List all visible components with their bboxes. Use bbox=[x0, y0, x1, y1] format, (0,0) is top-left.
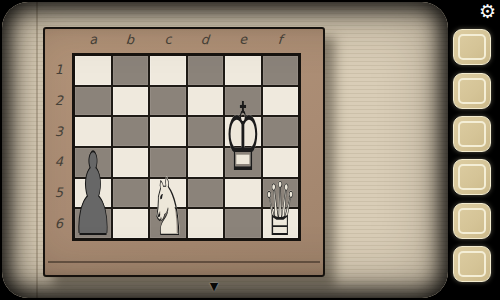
inventory-slot-1[interactable] bbox=[453, 29, 491, 65]
game-screen: abcdef 123456 ♟♞♘♚♔♛♕ ▼ ⚙ bbox=[0, 0, 500, 300]
rank-label-3: 3 bbox=[51, 125, 67, 138]
rank-label-6: 6 bbox=[51, 217, 67, 230]
settings-gear-icon[interactable]: ⚙ bbox=[479, 2, 496, 21]
white-queen-outline-glyph: ♕ bbox=[256, 172, 304, 246]
square-d1[interactable] bbox=[188, 56, 224, 85]
inventory-sidebar: ⚙ bbox=[448, 0, 500, 300]
room-view: abcdef 123456 ♟♞♘♚♔♛♕ ▼ bbox=[2, 2, 448, 298]
file-label-f: f bbox=[270, 32, 291, 46]
nav-down-arrow-icon[interactable]: ▼ bbox=[206, 281, 222, 292]
inventory-slot-4[interactable] bbox=[453, 159, 491, 195]
square-b1[interactable] bbox=[113, 56, 149, 85]
piece-white-queen-f6[interactable]: ♛♕ bbox=[256, 172, 304, 246]
inventory-slot-6[interactable] bbox=[453, 246, 491, 282]
square-f1[interactable] bbox=[263, 56, 299, 85]
square-f3[interactable] bbox=[263, 117, 299, 146]
square-c3[interactable] bbox=[150, 117, 186, 146]
file-label-d: d bbox=[195, 32, 216, 46]
wall-corner-seam bbox=[36, 2, 38, 298]
rank-label-4: 4 bbox=[51, 155, 67, 168]
square-f2[interactable] bbox=[263, 87, 299, 116]
rank-label-2: 2 bbox=[51, 94, 67, 107]
file-label-a: a bbox=[82, 32, 103, 47]
piece-white-knight-c6[interactable]: ♞♘ bbox=[141, 167, 194, 248]
piece-dark-man-statue-a6[interactable]: ♟ bbox=[67, 141, 118, 252]
square-c2[interactable] bbox=[150, 87, 186, 116]
file-label-b: b bbox=[120, 32, 141, 46]
square-a2[interactable] bbox=[75, 87, 111, 116]
inventory-slot-5[interactable] bbox=[453, 203, 491, 239]
square-b2[interactable] bbox=[113, 87, 149, 116]
square-c1[interactable] bbox=[150, 56, 186, 85]
inventory-slot-2[interactable] bbox=[453, 73, 491, 109]
piece-white-antlered-king-e4[interactable]: ♚♔ bbox=[218, 90, 267, 185]
rank-label-1: 1 bbox=[51, 63, 67, 76]
white-knight-outline-glyph: ♘ bbox=[141, 167, 194, 248]
file-label-e: e bbox=[232, 32, 253, 47]
white-antlered-king-outline-glyph: ♔ bbox=[218, 90, 267, 185]
square-a1[interactable] bbox=[75, 56, 111, 85]
inventory-slot-3[interactable] bbox=[453, 116, 491, 152]
board-frame-ledge bbox=[48, 261, 320, 263]
file-label-c: c bbox=[157, 32, 178, 47]
rank-label-5: 5 bbox=[51, 186, 67, 199]
square-e1[interactable] bbox=[225, 56, 261, 85]
dark-man-statue-glyph: ♟ bbox=[67, 141, 118, 252]
